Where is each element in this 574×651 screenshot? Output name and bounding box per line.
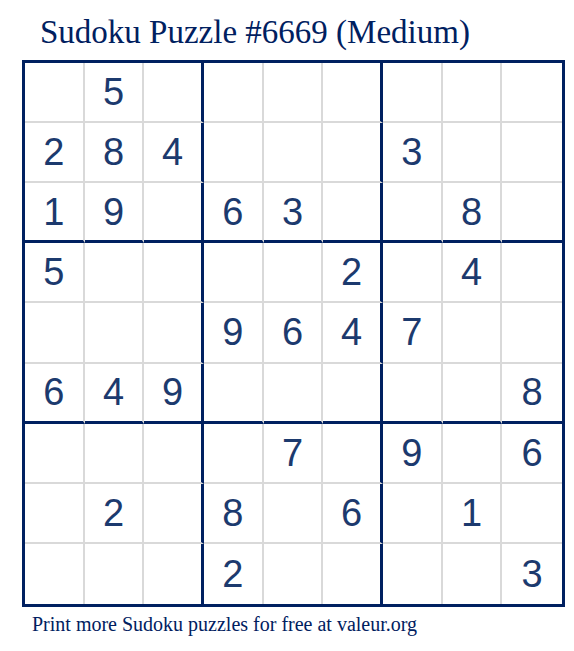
cell-r9c3 (144, 544, 204, 604)
cell-r6c1: 6 (25, 364, 85, 424)
cell-r6c3: 9 (144, 364, 204, 424)
cell-r1c1 (25, 63, 85, 123)
cell-r8c7 (383, 484, 443, 544)
cell-r4c3 (144, 243, 204, 303)
cell-r4c6: 2 (323, 243, 383, 303)
cell-r4c8: 4 (443, 243, 503, 303)
cell-r9c1 (25, 544, 85, 604)
cell-r9c4: 2 (204, 544, 264, 604)
footer-text: Print more Sudoku puzzles for free at va… (32, 613, 417, 636)
cell-r1c3 (144, 63, 204, 123)
cell-r8c9 (502, 484, 562, 544)
cell-r8c6: 6 (323, 484, 383, 544)
page-title: Sudoku Puzzle #6669 (Medium) (40, 14, 470, 51)
cell-r6c2: 4 (85, 364, 145, 424)
cell-r1c4 (204, 63, 264, 123)
cell-r5c8 (443, 303, 503, 363)
cell-r9c8 (443, 544, 503, 604)
cell-r3c6 (323, 183, 383, 243)
cell-r4c5 (264, 243, 324, 303)
cell-r3c1: 1 (25, 183, 85, 243)
cell-r2c1: 2 (25, 123, 85, 183)
cell-r2c9 (502, 123, 562, 183)
cell-r9c9: 3 (502, 544, 562, 604)
cell-r5c3 (144, 303, 204, 363)
cell-r2c7: 3 (383, 123, 443, 183)
cell-r5c7: 7 (383, 303, 443, 363)
cell-r6c6 (323, 364, 383, 424)
cell-r3c2: 9 (85, 183, 145, 243)
cell-r8c1 (25, 484, 85, 544)
cell-r2c6 (323, 123, 383, 183)
cell-r5c9 (502, 303, 562, 363)
sudoku-board: 528431963852496476498796286123 (22, 60, 565, 607)
cell-r6c8 (443, 364, 503, 424)
cell-r8c8: 1 (443, 484, 503, 544)
cell-r8c3 (144, 484, 204, 544)
cell-r4c2 (85, 243, 145, 303)
cell-r1c6 (323, 63, 383, 123)
cell-r6c4 (204, 364, 264, 424)
cell-r8c5 (264, 484, 324, 544)
cell-r9c2 (85, 544, 145, 604)
cell-r5c4: 9 (204, 303, 264, 363)
cell-r2c2: 8 (85, 123, 145, 183)
cell-r7c6 (323, 424, 383, 484)
cell-r3c9 (502, 183, 562, 243)
cell-r7c3 (144, 424, 204, 484)
cell-r7c1 (25, 424, 85, 484)
cell-r2c3: 4 (144, 123, 204, 183)
cell-r6c9: 8 (502, 364, 562, 424)
cell-r5c6: 4 (323, 303, 383, 363)
cell-r4c4 (204, 243, 264, 303)
cell-r9c6 (323, 544, 383, 604)
cell-r6c5 (264, 364, 324, 424)
cell-r3c5: 3 (264, 183, 324, 243)
cell-r3c3 (144, 183, 204, 243)
cell-r4c9 (502, 243, 562, 303)
cell-r5c5: 6 (264, 303, 324, 363)
cell-r1c2: 5 (85, 63, 145, 123)
cell-r2c5 (264, 123, 324, 183)
cell-r3c7 (383, 183, 443, 243)
cell-r7c7: 9 (383, 424, 443, 484)
cell-r5c2 (85, 303, 145, 363)
cell-r8c2: 2 (85, 484, 145, 544)
cell-r2c8 (443, 123, 503, 183)
cell-r2c4 (204, 123, 264, 183)
cell-r1c7 (383, 63, 443, 123)
cell-r9c5 (264, 544, 324, 604)
cell-r4c1: 5 (25, 243, 85, 303)
cell-r4c7 (383, 243, 443, 303)
cell-r8c4: 8 (204, 484, 264, 544)
cell-r5c1 (25, 303, 85, 363)
cell-r9c7 (383, 544, 443, 604)
cell-r1c5 (264, 63, 324, 123)
cell-r7c4 (204, 424, 264, 484)
cell-r1c9 (502, 63, 562, 123)
page: Sudoku Puzzle #6669 (Medium) 52843196385… (0, 0, 574, 651)
cell-r3c8: 8 (443, 183, 503, 243)
cell-r7c5: 7 (264, 424, 324, 484)
cell-r7c8 (443, 424, 503, 484)
cell-r6c7 (383, 364, 443, 424)
cell-r3c4: 6 (204, 183, 264, 243)
cell-r7c9: 6 (502, 424, 562, 484)
cell-r1c8 (443, 63, 503, 123)
cell-r7c2 (85, 424, 145, 484)
